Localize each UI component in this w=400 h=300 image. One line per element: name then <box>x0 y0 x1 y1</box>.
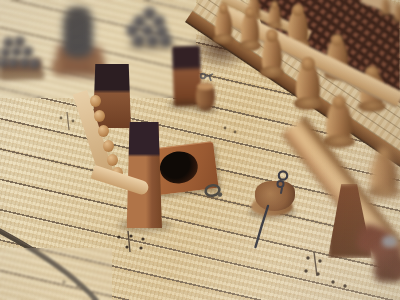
belaying-pin <box>98 125 109 137</box>
stanchion <box>268 4 281 28</box>
bucket-shadow <box>194 106 218 113</box>
belaying-pin <box>94 110 105 122</box>
depth-of-field-bottom <box>0 248 112 300</box>
stanchion <box>296 62 320 108</box>
tackle-metal <box>382 236 397 247</box>
stanchion <box>381 0 390 14</box>
belaying-pin <box>107 154 118 166</box>
stanchion <box>262 34 282 76</box>
stanchion <box>326 100 352 146</box>
belaying-pin <box>103 140 114 152</box>
stanchion <box>394 6 400 21</box>
stanchion-foreground <box>370 152 398 196</box>
stanchion <box>241 11 259 49</box>
bucket-rim <box>197 83 214 90</box>
stanchion <box>215 7 232 42</box>
tackle-part <box>392 258 400 278</box>
model-ship-deck-photo <box>0 0 400 300</box>
bitt-post-near <box>126 122 162 228</box>
belaying-pin <box>90 95 101 107</box>
well-hole <box>158 149 200 185</box>
